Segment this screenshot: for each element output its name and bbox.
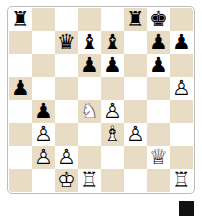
square-h5[interactable]: ♟♙ [170,77,193,100]
piece-white-knight[interactable]: ♞♘ [78,100,101,123]
piece-outline: ♙ [32,123,55,146]
piece-white-pawn[interactable]: ♟♙ [101,100,124,123]
square-d7[interactable]: ♝ [78,31,101,54]
square-d2[interactable] [78,146,101,169]
square-h4[interactable] [170,100,193,123]
square-g2[interactable]: ♛♕ [147,146,170,169]
piece-black-rook[interactable]: ♜ [124,8,147,31]
square-g8[interactable]: ♚ [147,8,170,31]
square-f5[interactable] [124,77,147,100]
square-f3[interactable]: ♟♙ [124,123,147,146]
piece-outline: ♕ [147,146,170,169]
square-b6[interactable] [32,54,55,77]
piece-black-pawn[interactable]: ♟ [147,54,170,77]
square-f1[interactable] [124,169,147,192]
square-a8[interactable]: ♜ [9,8,32,31]
square-d8[interactable] [78,8,101,31]
square-g6[interactable]: ♟ [147,54,170,77]
square-g5[interactable] [147,77,170,100]
piece-outline: ♔ [55,169,78,192]
square-g4[interactable] [147,100,170,123]
square-b8[interactable] [32,8,55,31]
square-a5[interactable]: ♟ [9,77,32,100]
piece-black-queen[interactable]: ♛ [55,31,78,54]
square-c7[interactable]: ♛ [55,31,78,54]
square-e7[interactable]: ♝ [101,31,124,54]
square-e1[interactable] [101,169,124,192]
piece-black-pawn[interactable]: ♟ [32,100,55,123]
square-a7[interactable] [9,31,32,54]
piece-white-king[interactable]: ♚♔ [55,169,78,192]
piece-outline: ♙ [32,146,55,169]
square-c3[interactable] [55,123,78,146]
square-c2[interactable]: ♟♙ [55,146,78,169]
piece-black-rook[interactable]: ♜ [9,8,32,31]
square-g7[interactable]: ♟ [147,31,170,54]
square-e3[interactable]: ♝♗ [101,123,124,146]
square-b4[interactable]: ♟ [32,100,55,123]
chess-diagram: ♜♜♚♛♝♝♟♟♟♟♟♟♟♙♟♞♘♟♙♟♙♝♗♟♙♟♙♟♙♛♕♚♔♜♖♜♖ [0,0,202,222]
piece-white-queen[interactable]: ♛♕ [147,146,170,169]
piece-white-rook[interactable]: ♜♖ [170,169,193,192]
square-a4[interactable] [9,100,32,123]
square-d5[interactable] [78,77,101,100]
piece-outline: ♙ [101,100,124,123]
piece-white-rook[interactable]: ♜♖ [78,169,101,192]
square-g1[interactable] [147,169,170,192]
square-f8[interactable]: ♜ [124,8,147,31]
square-e5[interactable] [101,77,124,100]
square-h2[interactable] [170,146,193,169]
square-d6[interactable]: ♟ [78,54,101,77]
piece-black-bishop[interactable]: ♝ [101,31,124,54]
piece-black-king[interactable]: ♚ [147,8,170,31]
square-c4[interactable] [55,100,78,123]
piece-outline: ♘ [78,100,101,123]
piece-black-pawn[interactable]: ♟ [101,54,124,77]
piece-black-bishop[interactable]: ♝ [78,31,101,54]
square-h7[interactable]: ♟ [170,31,193,54]
square-a3[interactable] [9,123,32,146]
square-h3[interactable] [170,123,193,146]
piece-white-pawn[interactable]: ♟♙ [32,123,55,146]
piece-white-pawn[interactable]: ♟♙ [32,146,55,169]
piece-outline: ♗ [101,123,124,146]
piece-outline: ♙ [55,146,78,169]
square-a2[interactable] [9,146,32,169]
piece-outline: ♖ [78,169,101,192]
square-f2[interactable] [124,146,147,169]
piece-black-pawn[interactable]: ♟ [78,54,101,77]
square-e2[interactable] [101,146,124,169]
square-c6[interactable] [55,54,78,77]
black-to-move-indicator [179,201,194,216]
piece-outline: ♖ [170,169,193,192]
piece-white-pawn[interactable]: ♟♙ [55,146,78,169]
square-a1[interactable] [9,169,32,192]
square-h6[interactable] [170,54,193,77]
square-f7[interactable] [124,31,147,54]
square-d3[interactable] [78,123,101,146]
square-g3[interactable] [147,123,170,146]
piece-black-pawn[interactable]: ♟ [170,31,193,54]
square-b2[interactable]: ♟♙ [32,146,55,169]
square-e8[interactable] [101,8,124,31]
square-c8[interactable] [55,8,78,31]
square-d1[interactable]: ♜♖ [78,169,101,192]
square-b3[interactable]: ♟♙ [32,123,55,146]
piece-outline: ♙ [124,123,147,146]
square-f4[interactable] [124,100,147,123]
square-e6[interactable]: ♟ [101,54,124,77]
piece-white-pawn[interactable]: ♟♙ [124,123,147,146]
piece-black-pawn[interactable]: ♟ [147,31,170,54]
square-d4[interactable]: ♞♘ [78,100,101,123]
square-a6[interactable] [9,54,32,77]
chess-board: ♜♜♚♛♝♝♟♟♟♟♟♟♟♙♟♞♘♟♙♟♙♝♗♟♙♟♙♟♙♛♕♚♔♜♖♜♖ [9,8,193,192]
piece-white-bishop[interactable]: ♝♗ [101,123,124,146]
square-f6[interactable] [124,54,147,77]
square-b7[interactable] [32,31,55,54]
square-c1[interactable]: ♚♔ [55,169,78,192]
square-e4[interactable]: ♟♙ [101,100,124,123]
board-card: ♜♜♚♛♝♝♟♟♟♟♟♟♟♙♟♞♘♟♙♟♙♝♗♟♙♟♙♟♙♛♕♚♔♜♖♜♖ [7,6,195,194]
square-h1[interactable]: ♜♖ [170,169,193,192]
square-b1[interactable] [32,169,55,192]
piece-white-pawn[interactable]: ♟♙ [170,77,193,100]
square-h8[interactable] [170,8,193,31]
square-c5[interactable] [55,77,78,100]
piece-black-pawn[interactable]: ♟ [9,77,32,100]
square-b5[interactable] [32,77,55,100]
piece-outline: ♙ [170,77,193,100]
